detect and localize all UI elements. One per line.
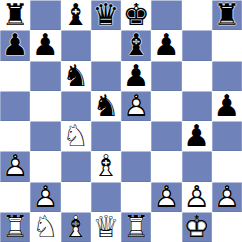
square-e1[interactable]: ♜♖ bbox=[121, 212, 151, 242]
square-e5[interactable]: ♟♙ bbox=[121, 91, 151, 121]
square-f4[interactable] bbox=[151, 121, 181, 151]
piece-white-queen: ♛♕ bbox=[91, 212, 121, 242]
square-d8[interactable]: ♛ bbox=[91, 0, 121, 30]
square-b6[interactable] bbox=[30, 61, 60, 91]
piece-white-pawn: ♟♙ bbox=[182, 182, 212, 212]
square-g3[interactable] bbox=[182, 151, 212, 181]
square-a6[interactable] bbox=[0, 61, 30, 91]
white-bishop-outline: ♗ bbox=[91, 151, 121, 181]
piece-white-bishop: ♝♗ bbox=[91, 151, 121, 181]
piece-black-pawn: ♟ bbox=[0, 30, 30, 60]
square-h1[interactable] bbox=[212, 212, 242, 242]
white-bishop-outline: ♗ bbox=[61, 212, 91, 242]
piece-black-queen: ♛ bbox=[91, 0, 121, 30]
black-rook-fill: ♜ bbox=[0, 0, 30, 30]
white-rook-outline: ♖ bbox=[0, 212, 30, 242]
piece-black-bishop: ♝ bbox=[61, 0, 91, 30]
black-queen-fill: ♛ bbox=[91, 0, 121, 30]
square-h4[interactable] bbox=[212, 121, 242, 151]
white-pawn-outline: ♙ bbox=[182, 182, 212, 212]
square-f1[interactable] bbox=[151, 212, 181, 242]
piece-black-king: ♚ bbox=[121, 0, 151, 30]
square-c5[interactable] bbox=[61, 91, 91, 121]
square-h8[interactable]: ♜ bbox=[212, 0, 242, 30]
square-g4[interactable]: ♟ bbox=[182, 121, 212, 151]
piece-black-pawn: ♟ bbox=[212, 91, 242, 121]
square-c7[interactable] bbox=[61, 30, 91, 60]
square-f5[interactable] bbox=[151, 91, 181, 121]
square-g1[interactable]: ♚♔ bbox=[182, 212, 212, 242]
white-knight-outline: ♘ bbox=[61, 121, 91, 151]
square-f7[interactable]: ♟ bbox=[151, 30, 181, 60]
black-bishop-fill: ♝ bbox=[61, 0, 91, 30]
square-a4[interactable] bbox=[0, 121, 30, 151]
black-pawn-fill: ♟ bbox=[182, 121, 212, 151]
piece-white-pawn: ♟♙ bbox=[30, 182, 60, 212]
white-pawn-outline: ♙ bbox=[151, 182, 181, 212]
square-e8[interactable]: ♚ bbox=[121, 0, 151, 30]
piece-black-pawn: ♟ bbox=[182, 121, 212, 151]
white-rook-outline: ♖ bbox=[121, 212, 151, 242]
piece-white-pawn: ♟♙ bbox=[0, 151, 30, 181]
square-a2[interactable] bbox=[0, 182, 30, 212]
square-a1[interactable]: ♜♖ bbox=[0, 212, 30, 242]
square-f6[interactable] bbox=[151, 61, 181, 91]
square-d6[interactable] bbox=[91, 61, 121, 91]
square-c2[interactable] bbox=[61, 182, 91, 212]
black-knight-fill: ♞ bbox=[61, 61, 91, 91]
square-a3[interactable]: ♟♙ bbox=[0, 151, 30, 181]
black-pawn-fill: ♟ bbox=[121, 61, 151, 91]
piece-black-bishop: ♝ bbox=[121, 30, 151, 60]
piece-black-knight: ♞ bbox=[91, 91, 121, 121]
piece-black-knight: ♞ bbox=[61, 61, 91, 91]
square-c1[interactable]: ♝♗ bbox=[61, 212, 91, 242]
square-b8[interactable] bbox=[30, 0, 60, 30]
square-e2[interactable] bbox=[121, 182, 151, 212]
square-d1[interactable]: ♛♕ bbox=[91, 212, 121, 242]
white-queen-outline: ♕ bbox=[91, 212, 121, 242]
piece-white-bishop: ♝♗ bbox=[61, 212, 91, 242]
square-a7[interactable]: ♟ bbox=[0, 30, 30, 60]
square-h3[interactable] bbox=[212, 151, 242, 181]
white-knight-outline: ♘ bbox=[30, 212, 60, 242]
square-e4[interactable] bbox=[121, 121, 151, 151]
piece-white-rook: ♜♖ bbox=[0, 212, 30, 242]
square-b5[interactable] bbox=[30, 91, 60, 121]
square-b7[interactable]: ♟ bbox=[30, 30, 60, 60]
square-b2[interactable]: ♟♙ bbox=[30, 182, 60, 212]
piece-white-pawn: ♟♙ bbox=[121, 91, 151, 121]
square-b4[interactable] bbox=[30, 121, 60, 151]
black-knight-fill: ♞ bbox=[91, 91, 121, 121]
square-g6[interactable] bbox=[182, 61, 212, 91]
piece-white-knight: ♞♘ bbox=[30, 212, 60, 242]
square-d4[interactable] bbox=[91, 121, 121, 151]
square-d2[interactable] bbox=[91, 182, 121, 212]
piece-black-rook: ♜ bbox=[0, 0, 30, 30]
square-b3[interactable] bbox=[30, 151, 60, 181]
black-pawn-fill: ♟ bbox=[212, 91, 242, 121]
white-pawn-outline: ♙ bbox=[0, 151, 30, 181]
black-bishop-fill: ♝ bbox=[121, 30, 151, 60]
black-pawn-fill: ♟ bbox=[151, 30, 181, 60]
square-f8[interactable] bbox=[151, 0, 181, 30]
square-e7[interactable]: ♝ bbox=[121, 30, 151, 60]
square-c3[interactable] bbox=[61, 151, 91, 181]
chess-board: ♜♝♛♚♜♟♟♝♟♞♟♞♟♙♟♞♘♟♟♙♝♗♟♙♟♙♟♙♟♙♜♖♞♘♝♗♛♕♜♖… bbox=[0, 0, 242, 242]
square-g5[interactable] bbox=[182, 91, 212, 121]
square-d5[interactable]: ♞ bbox=[91, 91, 121, 121]
square-f2[interactable]: ♟♙ bbox=[151, 182, 181, 212]
square-h2[interactable]: ♟♙ bbox=[212, 182, 242, 212]
square-g7[interactable] bbox=[182, 30, 212, 60]
black-pawn-fill: ♟ bbox=[30, 30, 60, 60]
black-pawn-fill: ♟ bbox=[0, 30, 30, 60]
piece-black-pawn: ♟ bbox=[121, 61, 151, 91]
square-e6[interactable]: ♟ bbox=[121, 61, 151, 91]
square-e3[interactable] bbox=[121, 151, 151, 181]
piece-white-rook: ♜♖ bbox=[121, 212, 151, 242]
black-king-fill: ♚ bbox=[121, 0, 151, 30]
white-pawn-outline: ♙ bbox=[212, 182, 242, 212]
white-pawn-outline: ♙ bbox=[121, 91, 151, 121]
square-d3[interactable]: ♝♗ bbox=[91, 151, 121, 181]
square-h6[interactable] bbox=[212, 61, 242, 91]
piece-black-rook: ♜ bbox=[212, 0, 242, 30]
square-b1[interactable]: ♞♘ bbox=[30, 212, 60, 242]
square-c8[interactable]: ♝ bbox=[61, 0, 91, 30]
square-f3[interactable] bbox=[151, 151, 181, 181]
square-g8[interactable] bbox=[182, 0, 212, 30]
piece-white-pawn: ♟♙ bbox=[151, 182, 181, 212]
square-c6[interactable]: ♞ bbox=[61, 61, 91, 91]
white-pawn-outline: ♙ bbox=[30, 182, 60, 212]
black-rook-fill: ♜ bbox=[212, 0, 242, 30]
square-g2[interactable]: ♟♙ bbox=[182, 182, 212, 212]
square-d7[interactable] bbox=[91, 30, 121, 60]
piece-black-pawn: ♟ bbox=[151, 30, 181, 60]
square-h7[interactable] bbox=[212, 30, 242, 60]
white-king-outline: ♔ bbox=[182, 212, 212, 242]
square-c4[interactable]: ♞♘ bbox=[61, 121, 91, 151]
piece-black-pawn: ♟ bbox=[30, 30, 60, 60]
square-a8[interactable]: ♜ bbox=[0, 0, 30, 30]
square-h5[interactable]: ♟ bbox=[212, 91, 242, 121]
piece-white-pawn: ♟♙ bbox=[212, 182, 242, 212]
piece-white-knight: ♞♘ bbox=[61, 121, 91, 151]
piece-white-king: ♚♔ bbox=[182, 212, 212, 242]
square-a5[interactable] bbox=[0, 91, 30, 121]
